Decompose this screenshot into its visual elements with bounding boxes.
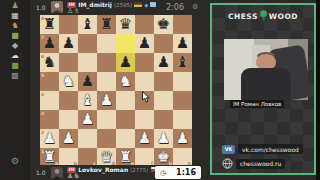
top-avatar[interactable] (51, 1, 63, 13)
webcam-video (224, 39, 308, 100)
sidebar-icon-list: ♟▦♞■◆☁■▩ (0, 1, 30, 81)
square-d8[interactable]: ♜ (97, 15, 116, 34)
square-g5[interactable] (154, 72, 173, 91)
bottom-avatar[interactable] (51, 167, 63, 179)
black-bishop: ♝ (173, 53, 192, 72)
square-h2[interactable]: ♟ (173, 129, 192, 148)
square-a2[interactable]: 2♟ (40, 129, 59, 148)
bottom-captured-pieces: ♟ ♞ (67, 173, 79, 180)
square-b2[interactable]: ♟ (59, 129, 78, 148)
rank-label: 4 (41, 92, 44, 97)
square-c8[interactable]: ♝ (78, 15, 97, 34)
square-d5[interactable] (97, 72, 116, 91)
square-c7[interactable] (78, 34, 97, 53)
square-e3[interactable] (116, 110, 135, 129)
square-e5[interactable]: ♞ (116, 72, 135, 91)
video-letterbox (316, 0, 320, 180)
avatar-silhouette-icon (51, 167, 63, 179)
stream-frame: ♟▦♞■◆☁■▩ ⚙ 1.0 IM IM_dmitrij (2595) ◆ ♙ … (0, 0, 320, 180)
black-bishop: ♝ (78, 15, 97, 34)
streamer-torso (241, 68, 291, 100)
black-rook: ♜ (97, 15, 116, 34)
white-pawn: ♟ (173, 129, 192, 148)
square-b5[interactable]: ♞ (59, 72, 78, 91)
white-knight: ♞ (59, 72, 78, 91)
black-pawn: ♟ (78, 72, 97, 91)
settings-gear-icon[interactable]: ⚙ (0, 156, 30, 166)
white-bishop: ♝ (78, 91, 97, 110)
rank-label: 5 (41, 73, 44, 78)
streamer-caption: IM Роман Ловков (230, 100, 284, 108)
square-f5[interactable] (135, 72, 154, 91)
square-b6[interactable] (59, 53, 78, 72)
black-rook: ♜ (40, 15, 59, 34)
square-h7[interactable]: ♟ (173, 34, 192, 53)
square-c4[interactable]: ♝ (78, 91, 97, 110)
square-c5[interactable]: ♟ (78, 72, 97, 91)
logo-text-right: WOOD (269, 12, 298, 21)
play-icon[interactable]: ▦ (0, 11, 30, 21)
square-c6[interactable] (78, 53, 97, 72)
news-icon[interactable]: ☁ (0, 51, 30, 61)
top-player-rating: (2595) (114, 2, 132, 8)
black-pawn: ♟ (173, 34, 192, 53)
top-clock: 2:06 (166, 3, 184, 12)
black-pawn: ♟ (116, 53, 135, 72)
square-h4[interactable] (173, 91, 192, 110)
site-link[interactable]: chesswood.ru (222, 158, 285, 169)
rank-label: 3 (41, 111, 44, 116)
white-pawn: ♟ (59, 129, 78, 148)
square-e8[interactable]: ♛ (116, 15, 135, 34)
black-pawn: ♟ (59, 34, 78, 53)
diamond-membership-icon: ◆ (144, 2, 148, 8)
square-c3[interactable]: ♟ (78, 110, 97, 129)
logo-pawn-icon[interactable]: ♟ (0, 1, 30, 11)
square-g8[interactable]: ♚ (154, 15, 173, 34)
black-king: ♚ (154, 15, 173, 34)
square-h6[interactable]: ♝ (173, 53, 192, 72)
globe-icon (222, 158, 233, 169)
white-pawn: ♟ (154, 129, 173, 148)
square-f8[interactable] (135, 15, 154, 34)
streamer-overlay-panel: CHESS WOOD IM Роман Ловков VKvk.com/ches… (210, 3, 316, 175)
chess-board: 8♜♝♜♛♚7♟♟♟♟6♞♟♟♝5♞♟♞4♝♟3♟2♟♟♟♟♟1a♜bcd♛e♜… (40, 15, 192, 167)
square-b8[interactable] (59, 15, 78, 34)
square-g4[interactable] (154, 91, 173, 110)
square-f3[interactable] (135, 110, 154, 129)
top-player-bar: 1.0 IM IM_dmitrij (2595) ◆ ♙ ♗ 2:06 ⚙ (36, 0, 206, 15)
bottom-match-score: 1.0 (36, 169, 46, 176)
square-h5[interactable] (173, 72, 192, 91)
square-h8[interactable] (173, 15, 192, 34)
square-d6[interactable] (97, 53, 116, 72)
square-f7[interactable]: ♟ (135, 34, 154, 53)
black-knight: ♞ (40, 53, 59, 72)
square-a4[interactable]: 4 (40, 91, 59, 110)
square-a3[interactable]: 3 (40, 110, 59, 129)
square-g7[interactable] (154, 34, 173, 53)
square-a5[interactable]: 5 (40, 72, 59, 91)
chesswood-logo: CHESS WOOD (212, 10, 314, 23)
square-e2[interactable] (116, 129, 135, 148)
top-match-score: 1.0 (36, 4, 46, 11)
square-d7[interactable] (97, 34, 116, 53)
tree-icon (259, 10, 268, 23)
learn-icon[interactable]: ■ (0, 31, 30, 41)
top-player-name[interactable]: IM_dmitrij (78, 1, 112, 8)
vk-link-label: vk.com/chesswood (238, 144, 303, 154)
square-a7[interactable]: 7♟ (40, 34, 59, 53)
square-d2[interactable] (97, 129, 116, 148)
square-g6[interactable]: ♟ (154, 53, 173, 72)
rank-label: 6 (41, 54, 44, 59)
square-a6[interactable]: 6♞ (40, 53, 59, 72)
bottom-clock-time: 1:16 (176, 168, 196, 177)
stream-badge-icon (150, 2, 156, 7)
white-pawn: ♟ (78, 110, 97, 129)
germany-flag-icon (134, 2, 142, 7)
black-pawn: ♟ (40, 34, 59, 53)
bottom-player-name[interactable]: Lovkov_Roman (78, 166, 128, 173)
square-b3[interactable] (59, 110, 78, 129)
avatar-silhouette-icon (51, 1, 63, 13)
square-e6[interactable]: ♟ (116, 53, 135, 72)
social-icon[interactable]: ■ (0, 61, 30, 71)
square-c2[interactable] (78, 129, 97, 148)
white-pawn: ♟ (40, 129, 59, 148)
watch-icon[interactable]: ◆ (0, 41, 30, 51)
sidebar: ♟▦♞■◆☁■▩ ⚙ (0, 0, 30, 180)
square-g3[interactable] (154, 110, 173, 129)
square-b4[interactable] (59, 91, 78, 110)
clock-icon: ◷ (160, 169, 166, 177)
square-f2[interactable]: ♟ (135, 129, 154, 148)
rank-label: 8 (41, 16, 44, 21)
square-e7[interactable] (116, 34, 135, 53)
rank-label: 7 (41, 35, 44, 40)
white-knight: ♞ (116, 72, 135, 91)
square-h3[interactable] (173, 110, 192, 129)
square-e4[interactable] (116, 91, 135, 110)
vk-icon: VK (222, 145, 235, 154)
rank-label: 1 (41, 149, 44, 154)
square-g2[interactable]: ♟ (154, 129, 173, 148)
site-link-label: chesswood.ru (236, 159, 285, 169)
square-b7[interactable]: ♟ (59, 34, 78, 53)
square-f6[interactable] (135, 53, 154, 72)
puzzles-icon[interactable]: ♞ (0, 21, 30, 31)
bottom-player-bar: 1.0 IM Lovkov_Roman (2775) ◆ ♟ ♞ ◷ 1:16 (36, 165, 206, 180)
logo-text-left: CHESS (228, 12, 258, 21)
black-pawn: ♟ (154, 53, 173, 72)
black-pawn: ♟ (135, 34, 154, 53)
square-f4[interactable] (135, 91, 154, 110)
square-d4[interactable]: ♟ (97, 91, 116, 110)
top-captured-pieces: ♙ ♗ (67, 8, 79, 15)
black-queen: ♛ (116, 15, 135, 34)
white-pawn: ♟ (97, 91, 116, 110)
bottom-player-rating: (2775) (130, 167, 148, 173)
bottom-clock: ◷ 1:16 (155, 166, 201, 179)
square-a8[interactable]: 8♜ (40, 15, 59, 34)
vk-link[interactable]: VKvk.com/chesswood (222, 144, 303, 154)
more-icon[interactable]: ▩ (0, 71, 30, 81)
square-d3[interactable] (97, 110, 116, 129)
white-pawn: ♟ (135, 129, 154, 148)
board-settings-gear-icon[interactable]: ⚙ (192, 3, 198, 11)
rank-label: 2 (41, 130, 44, 135)
